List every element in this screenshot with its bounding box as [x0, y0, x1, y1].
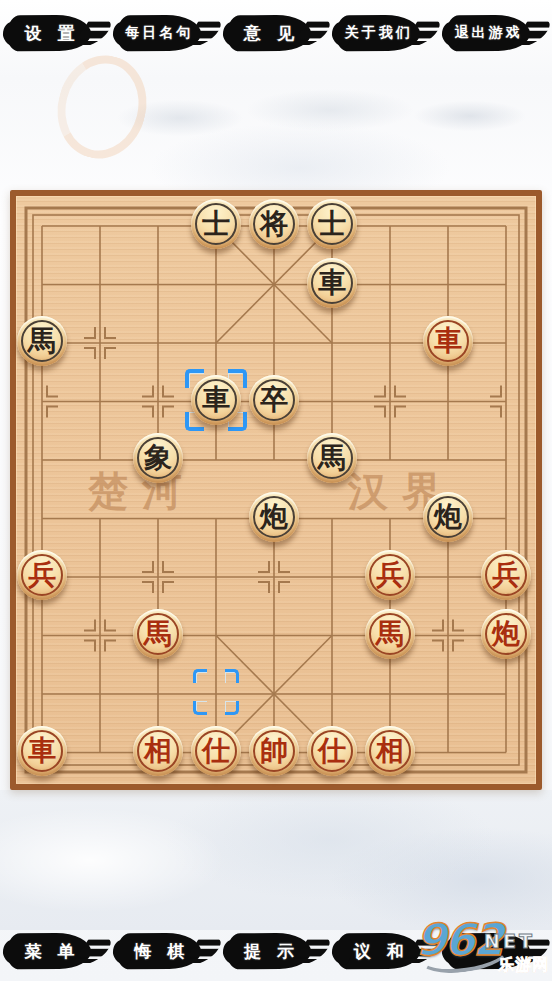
piece-glyph: 炮: [481, 609, 531, 659]
about-us-button-label: 关于我们: [337, 13, 420, 53]
piece-red-相[interactable]: 相: [133, 726, 183, 776]
piece-red-炮[interactable]: 炮: [481, 609, 531, 659]
watermark-site-name: 乐游网: [498, 955, 549, 976]
piece-black-将[interactable]: 将: [249, 199, 299, 249]
piece-black-士[interactable]: 士: [191, 199, 241, 249]
piece-glyph: 将: [249, 199, 299, 249]
piece-red-兵[interactable]: 兵: [365, 550, 415, 600]
feedback-button[interactable]: 意见: [228, 13, 325, 53]
piece-glyph: 炮: [249, 492, 299, 542]
piece-red-車[interactable]: 車: [423, 316, 473, 366]
piece-red-兵[interactable]: 兵: [481, 550, 531, 600]
xiangqi-board[interactable]: 楚河 汉界 士将士車馬車車卒象馬炮炮兵兵兵馬馬炮車相仕帥仕相: [10, 190, 542, 790]
piece-red-仕[interactable]: 仕: [307, 726, 357, 776]
piece-black-炮[interactable]: 炮: [423, 492, 473, 542]
watermark-net: NET: [484, 930, 535, 952]
hint-button-label: 提示: [228, 931, 311, 971]
piece-glyph: 兵: [365, 550, 415, 600]
daily-quote-button-label: 每日名句: [118, 13, 201, 53]
exit-game-button-label: 退出游戏: [447, 13, 530, 53]
draw-offer-button-label: 议和: [337, 931, 420, 971]
piece-red-相[interactable]: 相: [365, 726, 415, 776]
piece-glyph: 相: [365, 726, 415, 776]
piece-black-炮[interactable]: 炮: [249, 492, 299, 542]
piece-glyph: 士: [191, 199, 241, 249]
undo-move-button-label: 悔棋: [118, 931, 201, 971]
menu-button[interactable]: 菜单: [8, 931, 105, 971]
piece-glyph: 馬: [17, 316, 67, 366]
piece-glyph: 炮: [423, 492, 473, 542]
piece-glyph: 兵: [481, 550, 531, 600]
piece-red-帥[interactable]: 帥: [249, 726, 299, 776]
piece-glyph: 士: [307, 199, 357, 249]
piece-black-車[interactable]: 車: [191, 375, 241, 425]
piece-black-馬[interactable]: 馬: [307, 433, 357, 483]
piece-glyph: 車: [17, 726, 67, 776]
exit-game-button[interactable]: 退出游戏: [447, 13, 544, 53]
piece-red-馬[interactable]: 馬: [133, 609, 183, 659]
piece-black-卒[interactable]: 卒: [249, 375, 299, 425]
piece-red-車[interactable]: 車: [17, 726, 67, 776]
piece-glyph: 馬: [133, 609, 183, 659]
piece-black-馬[interactable]: 馬: [17, 316, 67, 366]
piece-glyph: 車: [191, 375, 241, 425]
feedback-button-label: 意见: [228, 13, 311, 53]
background-clouds-bottom: [0, 790, 552, 930]
menu-button-label: 菜单: [8, 931, 91, 971]
about-us-button[interactable]: 关于我们: [337, 13, 434, 53]
undo-move-button[interactable]: 悔棋: [118, 931, 215, 971]
settings-button[interactable]: 设置: [8, 13, 105, 53]
piece-black-車[interactable]: 車: [307, 258, 357, 308]
piece-black-士[interactable]: 士: [307, 199, 357, 249]
piece-glyph: 帥: [249, 726, 299, 776]
piece-glyph: 仕: [307, 726, 357, 776]
piece-glyph: 馬: [307, 433, 357, 483]
piece-glyph: 車: [307, 258, 357, 308]
piece-black-象[interactable]: 象: [133, 433, 183, 483]
game-screen: 设置 每日名句 意见 关于我们 退出游戏 楚河 汉界 士将士車馬車車卒象馬炮炮兵…: [0, 0, 552, 981]
piece-red-馬[interactable]: 馬: [365, 609, 415, 659]
piece-glyph: 相: [133, 726, 183, 776]
piece-red-兵[interactable]: 兵: [17, 550, 67, 600]
piece-glyph: 仕: [191, 726, 241, 776]
piece-glyph: 車: [423, 316, 473, 366]
settings-button-label: 设置: [8, 13, 91, 53]
piece-glyph: 卒: [249, 375, 299, 425]
piece-glyph: 馬: [365, 609, 415, 659]
piece-glyph: 象: [133, 433, 183, 483]
move-origin-marker: [193, 669, 239, 715]
piece-red-仕[interactable]: 仕: [191, 726, 241, 776]
hint-button[interactable]: 提示: [228, 931, 325, 971]
top-nav: 设置 每日名句 意见 关于我们 退出游戏: [0, 13, 552, 57]
daily-quote-button[interactable]: 每日名句: [118, 13, 215, 53]
piece-glyph: 兵: [17, 550, 67, 600]
watermark-962net: 962 NET 乐游网: [416, 924, 550, 976]
